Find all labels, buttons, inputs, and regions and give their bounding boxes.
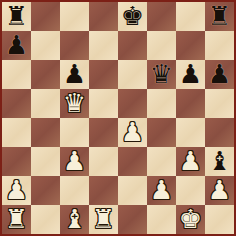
piece-black-queen: ♛ bbox=[150, 60, 173, 89]
square-b3[interactable] bbox=[31, 147, 60, 176]
square-f1[interactable] bbox=[147, 205, 176, 234]
square-b8[interactable] bbox=[31, 2, 60, 31]
piece-black-rook: ♜ bbox=[208, 2, 231, 31]
square-h2[interactable]: ♟ bbox=[205, 176, 234, 205]
piece-white-pawn: ♟ bbox=[121, 118, 144, 147]
square-e4[interactable]: ♟ bbox=[118, 118, 147, 147]
square-h5[interactable] bbox=[205, 89, 234, 118]
square-h1[interactable] bbox=[205, 205, 234, 234]
square-b7[interactable] bbox=[31, 31, 60, 60]
square-e8[interactable]: ♚ bbox=[118, 2, 147, 31]
square-a6[interactable] bbox=[2, 60, 31, 89]
square-e7[interactable] bbox=[118, 31, 147, 60]
piece-black-pawn: ♟ bbox=[63, 60, 86, 89]
square-f2[interactable]: ♟ bbox=[147, 176, 176, 205]
square-a5[interactable] bbox=[2, 89, 31, 118]
square-a8[interactable]: ♜ bbox=[2, 2, 31, 31]
piece-white-pawn: ♟ bbox=[150, 176, 173, 205]
chess-board-frame: ♜♚♜♟♟♛♟♟♛♟♟♟♝♟♟♟♜♝♜♚ bbox=[0, 0, 236, 236]
square-a4[interactable] bbox=[2, 118, 31, 147]
square-h7[interactable] bbox=[205, 31, 234, 60]
square-e3[interactable] bbox=[118, 147, 147, 176]
square-h4[interactable] bbox=[205, 118, 234, 147]
square-b2[interactable] bbox=[31, 176, 60, 205]
square-a2[interactable]: ♟ bbox=[2, 176, 31, 205]
square-d5[interactable] bbox=[89, 89, 118, 118]
square-f3[interactable] bbox=[147, 147, 176, 176]
piece-black-rook: ♜ bbox=[5, 2, 28, 31]
piece-white-rook: ♜ bbox=[92, 205, 115, 234]
piece-black-bishop: ♝ bbox=[208, 147, 231, 176]
square-c5[interactable]: ♛ bbox=[60, 89, 89, 118]
square-c2[interactable] bbox=[60, 176, 89, 205]
square-c3[interactable]: ♟ bbox=[60, 147, 89, 176]
square-h3[interactable]: ♝ bbox=[205, 147, 234, 176]
square-b1[interactable] bbox=[31, 205, 60, 234]
piece-black-pawn: ♟ bbox=[208, 60, 231, 89]
square-b5[interactable] bbox=[31, 89, 60, 118]
square-g3[interactable]: ♟ bbox=[176, 147, 205, 176]
square-g7[interactable] bbox=[176, 31, 205, 60]
square-d4[interactable] bbox=[89, 118, 118, 147]
square-h6[interactable]: ♟ bbox=[205, 60, 234, 89]
square-d7[interactable] bbox=[89, 31, 118, 60]
square-d1[interactable]: ♜ bbox=[89, 205, 118, 234]
square-g5[interactable] bbox=[176, 89, 205, 118]
square-e6[interactable] bbox=[118, 60, 147, 89]
piece-black-pawn: ♟ bbox=[179, 60, 202, 89]
square-g1[interactable]: ♚ bbox=[176, 205, 205, 234]
square-a3[interactable] bbox=[2, 147, 31, 176]
square-a7[interactable]: ♟ bbox=[2, 31, 31, 60]
piece-white-rook: ♜ bbox=[5, 205, 28, 234]
square-f4[interactable] bbox=[147, 118, 176, 147]
square-g6[interactable]: ♟ bbox=[176, 60, 205, 89]
square-d3[interactable] bbox=[89, 147, 118, 176]
square-c6[interactable]: ♟ bbox=[60, 60, 89, 89]
square-f5[interactable] bbox=[147, 89, 176, 118]
square-d8[interactable] bbox=[89, 2, 118, 31]
square-c8[interactable] bbox=[60, 2, 89, 31]
piece-white-king: ♚ bbox=[179, 205, 202, 234]
piece-white-bishop: ♝ bbox=[63, 205, 86, 234]
piece-white-pawn: ♟ bbox=[63, 147, 86, 176]
square-f8[interactable] bbox=[147, 2, 176, 31]
square-e1[interactable] bbox=[118, 205, 147, 234]
piece-black-pawn: ♟ bbox=[5, 31, 28, 60]
square-d2[interactable] bbox=[89, 176, 118, 205]
square-a1[interactable]: ♜ bbox=[2, 205, 31, 234]
piece-white-pawn: ♟ bbox=[208, 176, 231, 205]
square-c1[interactable]: ♝ bbox=[60, 205, 89, 234]
square-c7[interactable] bbox=[60, 31, 89, 60]
piece-white-pawn: ♟ bbox=[179, 147, 202, 176]
square-g4[interactable] bbox=[176, 118, 205, 147]
square-f6[interactable]: ♛ bbox=[147, 60, 176, 89]
chess-board: ♜♚♜♟♟♛♟♟♛♟♟♟♝♟♟♟♜♝♜♚ bbox=[2, 2, 234, 234]
square-b6[interactable] bbox=[31, 60, 60, 89]
square-e5[interactable] bbox=[118, 89, 147, 118]
square-d6[interactable] bbox=[89, 60, 118, 89]
square-g8[interactable] bbox=[176, 2, 205, 31]
piece-white-pawn: ♟ bbox=[5, 176, 28, 205]
square-f7[interactable] bbox=[147, 31, 176, 60]
square-g2[interactable] bbox=[176, 176, 205, 205]
square-b4[interactable] bbox=[31, 118, 60, 147]
square-h8[interactable]: ♜ bbox=[205, 2, 234, 31]
square-c4[interactable] bbox=[60, 118, 89, 147]
piece-white-queen: ♛ bbox=[63, 89, 86, 118]
piece-black-king: ♚ bbox=[121, 2, 144, 31]
square-e2[interactable] bbox=[118, 176, 147, 205]
